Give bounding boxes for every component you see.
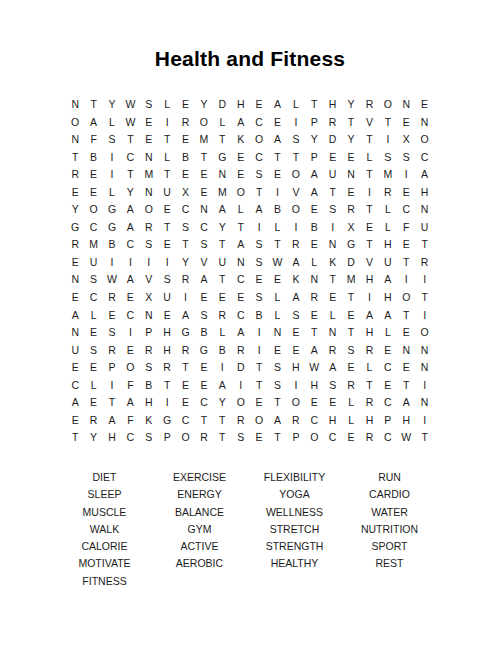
grid-cell[interactable]: I bbox=[268, 184, 286, 202]
grid-cell[interactable]: T bbox=[305, 96, 323, 114]
grid-cell[interactable]: E bbox=[66, 289, 84, 307]
grid-cell[interactable]: R bbox=[232, 342, 250, 360]
grid-cell[interactable]: P bbox=[287, 429, 305, 447]
grid-cell[interactable]: L bbox=[305, 254, 323, 272]
grid-cell[interactable]: B bbox=[103, 236, 121, 254]
grid-cell[interactable]: V bbox=[195, 254, 213, 272]
grid-cell[interactable]: R bbox=[176, 271, 194, 289]
grid-cell[interactable]: R bbox=[158, 359, 176, 377]
grid-cell[interactable]: U bbox=[66, 342, 84, 360]
grid-cell[interactable]: P bbox=[140, 324, 158, 342]
grid-cell[interactable]: E bbox=[84, 324, 102, 342]
grid-cell[interactable]: R bbox=[323, 342, 341, 360]
grid-cell[interactable]: T bbox=[397, 307, 415, 325]
grid-cell[interactable]: H bbox=[103, 429, 121, 447]
grid-cell[interactable]: G bbox=[176, 324, 194, 342]
grid-cell[interactable]: A bbox=[66, 307, 84, 325]
grid-cell[interactable]: P bbox=[305, 114, 323, 132]
grid-cell[interactable]: L bbox=[287, 96, 305, 114]
grid-cell[interactable]: T bbox=[250, 359, 268, 377]
grid-cell[interactable]: H bbox=[323, 96, 341, 114]
grid-cell[interactable]: L bbox=[84, 307, 102, 325]
grid-cell[interactable]: I bbox=[287, 219, 305, 237]
grid-cell[interactable]: C bbox=[121, 149, 139, 167]
grid-cell[interactable]: E bbox=[323, 289, 341, 307]
grid-cell[interactable]: I bbox=[360, 184, 378, 202]
grid-cell[interactable]: W bbox=[103, 271, 121, 289]
grid-cell[interactable]: L bbox=[232, 201, 250, 219]
grid-cell[interactable]: O bbox=[415, 131, 433, 149]
grid-cell[interactable]: R bbox=[360, 96, 378, 114]
grid-cell[interactable]: T bbox=[250, 184, 268, 202]
grid-cell[interactable]: R bbox=[360, 342, 378, 360]
grid-cell[interactable]: A bbox=[232, 114, 250, 132]
grid-cell[interactable]: E bbox=[323, 149, 341, 167]
grid-cell[interactable]: E bbox=[250, 394, 268, 412]
grid-cell[interactable]: T bbox=[360, 201, 378, 219]
grid-cell[interactable]: S bbox=[268, 377, 286, 395]
grid-cell[interactable]: E bbox=[268, 166, 286, 184]
grid-cell[interactable]: N bbox=[305, 271, 323, 289]
grid-cell[interactable]: S bbox=[323, 377, 341, 395]
grid-cell[interactable]: S bbox=[176, 219, 194, 237]
grid-cell[interactable]: S bbox=[140, 236, 158, 254]
grid-cell[interactable]: N bbox=[213, 166, 231, 184]
grid-cell[interactable]: E bbox=[342, 359, 360, 377]
grid-cell[interactable]: F bbox=[397, 219, 415, 237]
grid-cell[interactable]: N bbox=[140, 149, 158, 167]
grid-cell[interactable]: Y bbox=[176, 254, 194, 272]
grid-cell[interactable]: E bbox=[213, 289, 231, 307]
grid-cell[interactable]: I bbox=[250, 219, 268, 237]
grid-cell[interactable]: N bbox=[66, 131, 84, 149]
grid-cell[interactable]: L bbox=[213, 114, 231, 132]
grid-cell[interactable]: Y bbox=[213, 394, 231, 412]
grid-cell[interactable]: E bbox=[232, 166, 250, 184]
grid-cell[interactable]: S bbox=[158, 271, 176, 289]
grid-cell[interactable]: N bbox=[268, 324, 286, 342]
grid-cell[interactable]: G bbox=[342, 236, 360, 254]
grid-cell[interactable]: S bbox=[84, 342, 102, 360]
grid-cell[interactable]: T bbox=[213, 131, 231, 149]
grid-cell[interactable]: N bbox=[397, 96, 415, 114]
grid-cell[interactable]: I bbox=[103, 254, 121, 272]
grid-cell[interactable]: A bbox=[121, 201, 139, 219]
grid-cell[interactable]: E bbox=[195, 289, 213, 307]
grid-cell[interactable]: S bbox=[232, 429, 250, 447]
grid-cell[interactable]: E bbox=[84, 184, 102, 202]
grid-cell[interactable]: L bbox=[158, 149, 176, 167]
grid-cell[interactable]: A bbox=[305, 166, 323, 184]
grid-cell[interactable]: T bbox=[415, 236, 433, 254]
grid-cell[interactable]: Y bbox=[121, 184, 139, 202]
grid-cell[interactable]: T bbox=[213, 236, 231, 254]
grid-cell[interactable]: Y bbox=[342, 131, 360, 149]
grid-cell[interactable]: E bbox=[121, 342, 139, 360]
grid-cell[interactable]: A bbox=[397, 394, 415, 412]
grid-cell[interactable]: V bbox=[360, 254, 378, 272]
grid-cell[interactable]: A bbox=[232, 324, 250, 342]
grid-cell[interactable]: A bbox=[84, 114, 102, 132]
grid-cell[interactable]: T bbox=[360, 236, 378, 254]
grid-cell[interactable]: S bbox=[140, 96, 158, 114]
grid-cell[interactable]: C bbox=[121, 429, 139, 447]
grid-cell[interactable]: A bbox=[213, 201, 231, 219]
grid-cell[interactable]: T bbox=[287, 149, 305, 167]
grid-cell[interactable]: F bbox=[84, 131, 102, 149]
grid-cell[interactable]: P bbox=[103, 359, 121, 377]
grid-cell[interactable]: C bbox=[250, 149, 268, 167]
grid-cell[interactable]: E bbox=[342, 184, 360, 202]
grid-cell[interactable]: L bbox=[84, 377, 102, 395]
grid-cell[interactable]: O bbox=[232, 394, 250, 412]
grid-cell[interactable]: T bbox=[158, 166, 176, 184]
grid-cell[interactable]: E bbox=[158, 236, 176, 254]
grid-cell[interactable]: R bbox=[195, 429, 213, 447]
grid-cell[interactable]: O bbox=[397, 289, 415, 307]
grid-cell[interactable]: A bbox=[268, 412, 286, 430]
grid-cell[interactable]: I bbox=[360, 289, 378, 307]
grid-cell[interactable]: A bbox=[323, 359, 341, 377]
grid-cell[interactable]: I bbox=[103, 166, 121, 184]
grid-cell[interactable]: B bbox=[84, 149, 102, 167]
grid-cell[interactable]: E bbox=[176, 131, 194, 149]
grid-cell[interactable]: E bbox=[305, 394, 323, 412]
grid-cell[interactable]: M bbox=[84, 236, 102, 254]
grid-cell[interactable]: H bbox=[360, 412, 378, 430]
grid-cell[interactable]: S bbox=[250, 166, 268, 184]
grid-cell[interactable]: E bbox=[140, 114, 158, 132]
grid-cell[interactable]: G bbox=[158, 412, 176, 430]
grid-cell[interactable]: E bbox=[140, 131, 158, 149]
grid-cell[interactable]: E bbox=[195, 377, 213, 395]
grid-cell[interactable]: D bbox=[232, 359, 250, 377]
grid-cell[interactable]: W bbox=[121, 114, 139, 132]
grid-cell[interactable]: I bbox=[213, 359, 231, 377]
grid-cell[interactable]: T bbox=[84, 96, 102, 114]
grid-cell[interactable]: R bbox=[360, 394, 378, 412]
grid-cell[interactable]: T bbox=[176, 359, 194, 377]
grid-cell[interactable]: K bbox=[232, 131, 250, 149]
grid-cell[interactable]: E bbox=[305, 236, 323, 254]
grid-cell[interactable]: N bbox=[140, 184, 158, 202]
grid-cell[interactable]: T bbox=[232, 219, 250, 237]
grid-cell[interactable]: H bbox=[140, 394, 158, 412]
grid-cell[interactable]: R bbox=[84, 412, 102, 430]
grid-cell[interactable]: W bbox=[305, 359, 323, 377]
grid-cell[interactable]: A bbox=[121, 271, 139, 289]
grid-cell[interactable]: E bbox=[84, 166, 102, 184]
grid-cell[interactable]: N bbox=[397, 342, 415, 360]
grid-cell[interactable]: E bbox=[232, 289, 250, 307]
grid-cell[interactable]: C bbox=[232, 271, 250, 289]
grid-cell[interactable]: O bbox=[66, 114, 84, 132]
grid-cell[interactable]: A bbox=[232, 236, 250, 254]
grid-cell[interactable]: O bbox=[379, 96, 397, 114]
grid-cell[interactable]: E bbox=[250, 96, 268, 114]
grid-cell[interactable]: E bbox=[360, 219, 378, 237]
grid-cell[interactable]: L bbox=[268, 219, 286, 237]
grid-cell[interactable]: P bbox=[305, 149, 323, 167]
grid-cell[interactable]: U bbox=[213, 254, 231, 272]
grid-cell[interactable]: E bbox=[66, 254, 84, 272]
grid-cell[interactable]: M bbox=[213, 184, 231, 202]
grid-cell[interactable]: E bbox=[268, 114, 286, 132]
grid-cell[interactable]: E bbox=[176, 377, 194, 395]
grid-cell[interactable]: C bbox=[66, 377, 84, 395]
grid-cell[interactable]: T bbox=[213, 429, 231, 447]
grid-cell[interactable]: F bbox=[121, 412, 139, 430]
grid-cell[interactable]: I bbox=[103, 149, 121, 167]
grid-cell[interactable]: E bbox=[397, 236, 415, 254]
grid-cell[interactable]: T bbox=[342, 289, 360, 307]
grid-cell[interactable]: C bbox=[379, 429, 397, 447]
grid-cell[interactable]: I bbox=[103, 377, 121, 395]
grid-cell[interactable]: W bbox=[397, 429, 415, 447]
grid-cell[interactable]: C bbox=[176, 412, 194, 430]
grid-cell[interactable]: E bbox=[305, 307, 323, 325]
grid-cell[interactable]: E bbox=[287, 324, 305, 342]
grid-cell[interactable]: O bbox=[232, 184, 250, 202]
grid-cell[interactable]: T bbox=[250, 377, 268, 395]
grid-cell[interactable]: G bbox=[103, 219, 121, 237]
grid-cell[interactable]: I bbox=[250, 324, 268, 342]
grid-cell[interactable]: E bbox=[305, 201, 323, 219]
grid-cell[interactable]: E bbox=[195, 184, 213, 202]
grid-cell[interactable]: T bbox=[360, 131, 378, 149]
grid-cell[interactable]: E bbox=[250, 271, 268, 289]
grid-cell[interactable]: A bbox=[268, 96, 286, 114]
grid-cell[interactable]: P bbox=[379, 412, 397, 430]
grid-cell[interactable]: I bbox=[323, 219, 341, 237]
grid-cell[interactable]: C bbox=[397, 201, 415, 219]
grid-cell[interactable]: C bbox=[195, 219, 213, 237]
grid-cell[interactable]: E bbox=[287, 342, 305, 360]
grid-cell[interactable]: O bbox=[250, 412, 268, 430]
grid-cell[interactable]: R bbox=[176, 114, 194, 132]
grid-cell[interactable]: R bbox=[305, 289, 323, 307]
grid-cell[interactable]: A bbox=[360, 307, 378, 325]
grid-cell[interactable]: H bbox=[379, 289, 397, 307]
grid-cell[interactable]: E bbox=[176, 96, 194, 114]
grid-cell[interactable]: N bbox=[342, 166, 360, 184]
grid-cell[interactable]: G bbox=[103, 201, 121, 219]
grid-cell[interactable]: K bbox=[140, 412, 158, 430]
grid-cell[interactable]: M bbox=[195, 131, 213, 149]
grid-cell[interactable]: R bbox=[342, 377, 360, 395]
grid-cell[interactable]: O bbox=[140, 201, 158, 219]
grid-cell[interactable]: T bbox=[213, 271, 231, 289]
grid-cell[interactable]: S bbox=[250, 254, 268, 272]
grid-cell[interactable]: E bbox=[323, 394, 341, 412]
grid-cell[interactable]: B bbox=[268, 201, 286, 219]
grid-cell[interactable]: H bbox=[158, 324, 176, 342]
grid-cell[interactable]: G bbox=[66, 219, 84, 237]
grid-cell[interactable]: T bbox=[342, 114, 360, 132]
grid-cell[interactable]: S bbox=[195, 236, 213, 254]
grid-cell[interactable]: H bbox=[158, 342, 176, 360]
grid-cell[interactable]: E bbox=[268, 342, 286, 360]
grid-cell[interactable]: C bbox=[84, 219, 102, 237]
grid-cell[interactable]: B bbox=[213, 342, 231, 360]
grid-cell[interactable]: R bbox=[287, 236, 305, 254]
grid-cell[interactable]: H bbox=[323, 412, 341, 430]
grid-cell[interactable]: T bbox=[268, 394, 286, 412]
grid-cell[interactable]: C bbox=[415, 149, 433, 167]
grid-cell[interactable]: O bbox=[305, 429, 323, 447]
grid-cell[interactable]: L bbox=[323, 307, 341, 325]
grid-cell[interactable]: T bbox=[342, 324, 360, 342]
grid-cell[interactable]: T bbox=[195, 149, 213, 167]
grid-cell[interactable]: S bbox=[287, 307, 305, 325]
grid-cell[interactable]: T bbox=[213, 412, 231, 430]
grid-cell[interactable]: B bbox=[140, 377, 158, 395]
grid-cell[interactable]: C bbox=[84, 289, 102, 307]
grid-cell[interactable]: E bbox=[397, 324, 415, 342]
grid-cell[interactable]: K bbox=[323, 254, 341, 272]
grid-cell[interactable]: A bbox=[213, 377, 231, 395]
grid-cell[interactable]: R bbox=[176, 342, 194, 360]
grid-cell[interactable]: T bbox=[103, 394, 121, 412]
grid-cell[interactable]: I bbox=[158, 114, 176, 132]
grid-cell[interactable]: A bbox=[176, 307, 194, 325]
grid-cell[interactable]: R bbox=[66, 166, 84, 184]
grid-cell[interactable]: H bbox=[287, 359, 305, 377]
grid-cell[interactable]: G bbox=[213, 149, 231, 167]
grid-cell[interactable]: H bbox=[360, 324, 378, 342]
grid-cell[interactable]: T bbox=[158, 131, 176, 149]
grid-cell[interactable]: T bbox=[121, 131, 139, 149]
grid-cell[interactable]: Y bbox=[305, 131, 323, 149]
grid-cell[interactable]: M bbox=[379, 166, 397, 184]
grid-cell[interactable]: L bbox=[268, 307, 286, 325]
grid-cell[interactable]: A bbox=[66, 394, 84, 412]
grid-cell[interactable]: L bbox=[158, 96, 176, 114]
grid-cell[interactable]: N bbox=[415, 342, 433, 360]
grid-cell[interactable]: A bbox=[121, 219, 139, 237]
grid-cell[interactable]: I bbox=[415, 412, 433, 430]
grid-cell[interactable]: A bbox=[268, 131, 286, 149]
grid-cell[interactable]: E bbox=[176, 394, 194, 412]
grid-cell[interactable]: A bbox=[287, 289, 305, 307]
grid-cell[interactable]: S bbox=[140, 359, 158, 377]
grid-cell[interactable]: I bbox=[250, 342, 268, 360]
grid-cell[interactable]: T bbox=[323, 184, 341, 202]
grid-cell[interactable]: B bbox=[195, 324, 213, 342]
grid-cell[interactable]: R bbox=[360, 429, 378, 447]
grid-cell[interactable]: C bbox=[323, 429, 341, 447]
grid-cell[interactable]: S bbox=[250, 289, 268, 307]
grid-cell[interactable]: I bbox=[140, 254, 158, 272]
grid-cell[interactable]: U bbox=[158, 289, 176, 307]
grid-cell[interactable]: T bbox=[66, 429, 84, 447]
grid-cell[interactable]: E bbox=[397, 114, 415, 132]
grid-cell[interactable]: E bbox=[176, 166, 194, 184]
grid-cell[interactable]: R bbox=[287, 412, 305, 430]
grid-cell[interactable]: X bbox=[397, 131, 415, 149]
grid-cell[interactable]: K bbox=[287, 271, 305, 289]
grid-cell[interactable]: E bbox=[268, 271, 286, 289]
grid-cell[interactable]: T bbox=[195, 412, 213, 430]
grid-cell[interactable]: I bbox=[379, 131, 397, 149]
grid-cell[interactable]: E bbox=[66, 412, 84, 430]
grid-cell[interactable]: S bbox=[342, 342, 360, 360]
grid-cell[interactable]: L bbox=[103, 114, 121, 132]
grid-cell[interactable]: T bbox=[305, 324, 323, 342]
grid-cell[interactable]: C bbox=[305, 412, 323, 430]
grid-cell[interactable]: R bbox=[213, 307, 231, 325]
grid-cell[interactable]: A bbox=[305, 342, 323, 360]
grid-cell[interactable]: X bbox=[140, 289, 158, 307]
grid-cell[interactable]: C bbox=[379, 394, 397, 412]
grid-cell[interactable]: N bbox=[195, 201, 213, 219]
grid-cell[interactable]: O bbox=[287, 166, 305, 184]
grid-cell[interactable]: I bbox=[232, 377, 250, 395]
grid-cell[interactable]: I bbox=[158, 254, 176, 272]
grid-cell[interactable]: N bbox=[323, 324, 341, 342]
grid-cell[interactable]: I bbox=[397, 271, 415, 289]
grid-cell[interactable]: S bbox=[397, 149, 415, 167]
grid-cell[interactable]: A bbox=[379, 271, 397, 289]
grid-cell[interactable]: R bbox=[232, 412, 250, 430]
grid-cell[interactable]: T bbox=[268, 236, 286, 254]
grid-cell[interactable]: N bbox=[66, 324, 84, 342]
grid-cell[interactable]: E bbox=[195, 359, 213, 377]
grid-cell[interactable]: T bbox=[323, 271, 341, 289]
grid-cell[interactable]: L bbox=[379, 324, 397, 342]
grid-cell[interactable]: L bbox=[379, 201, 397, 219]
grid-cell[interactable]: T bbox=[268, 429, 286, 447]
grid-cell[interactable]: T bbox=[397, 377, 415, 395]
grid-cell[interactable]: A bbox=[103, 412, 121, 430]
grid-cell[interactable]: E bbox=[103, 307, 121, 325]
grid-cell[interactable]: U bbox=[84, 254, 102, 272]
grid-cell[interactable]: T bbox=[415, 289, 433, 307]
grid-cell[interactable]: R bbox=[103, 289, 121, 307]
grid-cell[interactable]: T bbox=[121, 166, 139, 184]
grid-cell[interactable]: V bbox=[140, 271, 158, 289]
grid-cell[interactable]: E bbox=[342, 429, 360, 447]
grid-cell[interactable]: O bbox=[84, 201, 102, 219]
grid-cell[interactable]: E bbox=[121, 289, 139, 307]
grid-cell[interactable]: I bbox=[415, 271, 433, 289]
grid-cell[interactable]: U bbox=[158, 184, 176, 202]
grid-cell[interactable]: I bbox=[121, 324, 139, 342]
grid-cell[interactable]: V bbox=[287, 184, 305, 202]
grid-cell[interactable]: E bbox=[397, 359, 415, 377]
grid-cell[interactable]: H bbox=[360, 271, 378, 289]
grid-cell[interactable]: E bbox=[158, 201, 176, 219]
grid-cell[interactable]: N bbox=[323, 236, 341, 254]
grid-cell[interactable]: D bbox=[213, 96, 231, 114]
grid-cell[interactable]: E bbox=[397, 184, 415, 202]
grid-cell[interactable]: C bbox=[379, 359, 397, 377]
grid-cell[interactable]: O bbox=[195, 114, 213, 132]
grid-cell[interactable]: U bbox=[415, 219, 433, 237]
grid-cell[interactable]: N bbox=[415, 114, 433, 132]
grid-cell[interactable]: L bbox=[213, 324, 231, 342]
grid-cell[interactable]: I bbox=[415, 377, 433, 395]
grid-cell[interactable]: B bbox=[305, 219, 323, 237]
grid-cell[interactable]: A bbox=[379, 307, 397, 325]
grid-cell[interactable]: H bbox=[379, 236, 397, 254]
grid-cell[interactable]: Y bbox=[66, 201, 84, 219]
grid-cell[interactable]: E bbox=[158, 307, 176, 325]
grid-cell[interactable]: O bbox=[250, 131, 268, 149]
grid-cell[interactable]: H bbox=[415, 184, 433, 202]
grid-cell[interactable]: I bbox=[287, 377, 305, 395]
grid-cell[interactable]: A bbox=[250, 201, 268, 219]
